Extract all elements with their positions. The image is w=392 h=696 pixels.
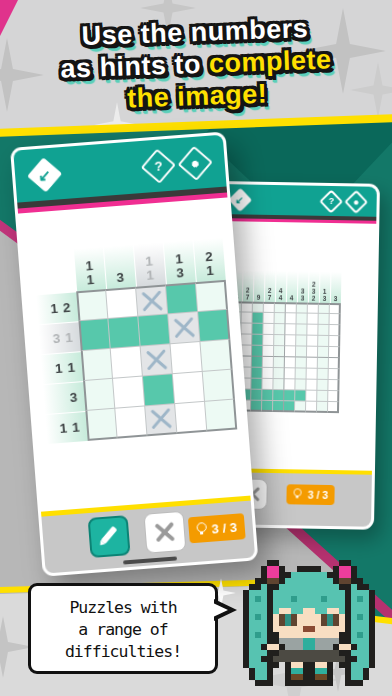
row-clue: 12 [32,292,78,324]
board-cell[interactable] [285,357,296,368]
board-cell[interactable] [143,374,175,406]
column-clue: 44 [275,268,286,302]
bubble-line: Puzzles with [31,597,215,619]
board-cell[interactable] [284,390,295,401]
phone-front-toolbar: 3 / 3 [41,496,255,574]
board-cell[interactable] [274,335,285,346]
back-button[interactable]: ↙ [27,157,62,192]
board-cell[interactable] [273,379,284,390]
board-cell[interactable] [253,302,264,313]
board-cell[interactable] [145,404,177,436]
board-cell[interactable] [285,368,296,379]
board-cell[interactable] [242,301,253,312]
board-cell[interactable] [85,409,117,441]
board-cell[interactable] [251,390,262,401]
headline-line2-white: as hints to [60,49,209,84]
board-cell[interactable] [296,335,307,346]
board-cell[interactable] [252,368,263,379]
board-cell[interactable] [307,369,318,380]
headline-line2-yellow: complete [208,44,332,78]
board-cell[interactable] [285,346,296,357]
board-cell[interactable] [106,287,138,319]
phone-front-screen: ↙ ? 113111321123111311 3 / 3 [13,135,255,574]
board-cell[interactable] [319,303,330,314]
column-clue: 3 [330,269,341,303]
help-button[interactable]: ? [319,189,343,213]
settings-button[interactable] [178,145,213,180]
board-cell[interactable] [263,324,274,335]
board-cell[interactable] [263,368,274,379]
board-cell[interactable] [275,302,286,313]
row-clue: 31 [35,322,81,354]
board-cell[interactable] [329,369,340,380]
help-button[interactable]: ? [141,148,176,183]
board-cell[interactable] [317,402,328,413]
board-cell[interactable] [171,342,203,374]
board-cell[interactable] [264,302,275,313]
board-cell[interactable] [198,310,230,342]
board-cell[interactable] [275,313,286,324]
board-cell[interactable] [263,346,274,357]
board-cell[interactable] [274,357,285,368]
board-cell[interactable] [264,313,275,324]
board-cell[interactable] [111,347,143,379]
board-cell[interactable] [115,406,147,438]
board-cell[interactable] [317,391,328,402]
board-cell[interactable] [251,379,262,390]
board-cell[interactable] [253,313,264,324]
hint-button[interactable]: 3 / 3 [286,484,334,505]
board-cell[interactable] [252,324,263,335]
board-cell[interactable] [262,401,273,412]
board-cell[interactable] [297,313,308,324]
column-clue: 3 [103,241,135,289]
board-cell[interactable] [296,368,307,379]
board-cell[interactable] [113,376,145,408]
board-cell[interactable] [83,379,115,411]
board-cell[interactable] [318,336,329,347]
board-cell[interactable] [251,401,262,412]
board-cell[interactable] [81,349,113,381]
board-cell[interactable] [318,358,329,369]
board-cell[interactable] [306,391,317,402]
hint-count: 3 / 3 [211,519,237,536]
board-cell[interactable] [252,357,263,368]
settings-button[interactable] [344,189,368,213]
board-cell[interactable] [319,314,330,325]
board-cell[interactable] [285,335,296,346]
board-cell[interactable] [329,325,340,336]
row-clue: 3 [39,382,85,414]
toolbar-stripe-yellow [41,496,251,517]
board-cell[interactable] [330,303,341,314]
board-cell[interactable] [274,368,285,379]
column-clue: 27 [242,267,253,301]
bubble-line: a range of [31,619,215,641]
board-cell[interactable] [296,357,307,368]
headline-line3: the image! [127,79,268,114]
column-clue: 9 [253,268,264,302]
hint-button[interactable]: 3 / 3 [188,513,246,543]
help-icon: ? [328,196,334,205]
board-cell[interactable] [296,346,307,357]
board-cell[interactable] [252,346,263,357]
back-button[interactable]: ↙ [228,187,252,211]
board-cell[interactable] [318,369,329,380]
row-clue: 11 [37,352,83,384]
board-cell[interactable] [286,302,297,313]
board-cell[interactable] [200,340,232,372]
phone-back-header: ↙ ? [219,184,376,217]
board-cell[interactable] [196,280,228,312]
board-cell[interactable] [328,391,339,402]
board-cell[interactable] [108,317,140,349]
column-clue: 11 [73,243,105,291]
board-cell[interactable] [328,402,339,413]
board-cell[interactable] [175,402,207,434]
column-clue: 232 [308,269,319,303]
board-cell[interactable] [318,347,329,358]
board-cell[interactable] [136,284,168,316]
board-cell[interactable] [241,334,252,345]
board-cell[interactable] [173,372,205,404]
column-clue: 33 [297,268,308,302]
hint-count: 3 / 3 [308,489,329,501]
column-clue: 21 [193,234,225,282]
back-arrow-icon: ↙ [236,194,245,204]
board-cell[interactable] [138,314,170,346]
board-cell[interactable] [263,335,274,346]
board-cell[interactable] [263,357,274,368]
miku-pixel-character [243,560,375,686]
column-clue: 11 [133,239,165,287]
board-cell[interactable] [141,344,173,376]
board-cell[interactable] [308,303,319,314]
pencil-icon [100,525,117,543]
column-clue: 27 [264,268,275,302]
board-cell[interactable] [307,336,318,347]
column-clue: 13 [319,269,330,303]
board-cell[interactable] [273,390,284,401]
pencil-tool-button[interactable] [88,515,131,558]
board-cell[interactable] [262,379,273,390]
board-cell[interactable] [329,358,340,369]
board-cell[interactable] [242,312,253,323]
board-cell[interactable] [330,314,341,325]
board-cell[interactable] [205,399,237,431]
board-cell[interactable] [241,323,252,334]
board-cell[interactable] [295,401,306,412]
column-clue: 13 [163,236,195,284]
screenshot-stage: Use the numbers as hints to complete the… [0,0,392,696]
board-cell[interactable] [318,325,329,336]
board-cell[interactable] [307,347,318,358]
board-cell[interactable] [284,401,295,412]
board-cell[interactable] [286,313,297,324]
column-clue: 4 [286,268,297,302]
board-cell[interactable] [295,390,306,401]
board-cell[interactable] [308,314,319,325]
board-cell[interactable] [328,380,339,391]
board-cell[interactable] [252,335,263,346]
board-cell[interactable] [284,379,295,390]
nonogram-board-back: 42792744433232133 [229,267,341,413]
board-cell[interactable] [78,319,110,351]
board-cell[interactable] [262,390,273,401]
help-icon: ? [154,159,163,173]
board-cell[interactable] [306,402,317,413]
board-cell[interactable] [285,324,296,335]
board-cell[interactable] [317,380,328,391]
board-cell[interactable] [76,289,108,321]
board-cell[interactable] [273,401,284,412]
board-cell[interactable] [307,325,318,336]
bubble-line: difficulties! [31,641,215,663]
board-cell[interactable] [274,346,285,357]
nonogram-board-front: 113111321123111311 [29,234,237,444]
home-indicator [123,556,177,564]
back-arrow-icon: ↙ [38,166,52,182]
speech-bubble: Puzzles with a range of difficulties! [28,583,218,674]
board-cell[interactable] [329,336,340,347]
board-cell[interactable] [306,380,317,391]
board-cell[interactable] [296,324,307,335]
board-cell[interactable] [307,358,318,369]
board-cell[interactable] [274,324,285,335]
board-cell[interactable] [203,370,235,402]
board-cell[interactable] [329,347,340,358]
bulb-icon [294,488,302,496]
board-cell[interactable] [168,312,200,344]
bulb-icon [196,522,207,533]
phone-mockup-front: ↙ ? 113111321123111311 3 / 3 [10,131,258,576]
board-cell[interactable] [166,282,198,314]
x-mark-tool-button[interactable] [143,511,186,554]
board-cell[interactable] [295,379,306,390]
board-cell[interactable] [297,302,308,313]
clue-corner [29,245,76,294]
headline: Use the numbers as hints to complete the… [0,9,392,119]
row-clue: 11 [42,411,88,443]
